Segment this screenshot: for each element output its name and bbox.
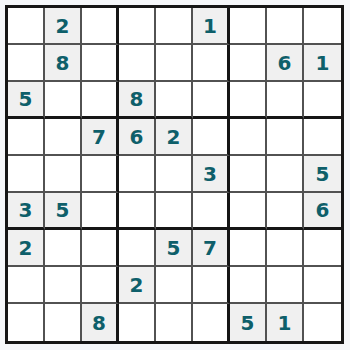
page: 2186158762353562572851 — [0, 0, 350, 350]
cell-r8c5[interactable] — [156, 267, 193, 304]
cell-r1c5[interactable] — [156, 8, 193, 45]
cell-r2c6[interactable] — [193, 45, 230, 82]
cell-r8c3[interactable] — [82, 267, 119, 304]
cell-r6c2[interactable]: 5 — [45, 193, 82, 230]
cell-r6c7[interactable] — [230, 193, 267, 230]
cell-r7c8[interactable] — [267, 230, 304, 267]
cell-r6c9[interactable]: 6 — [304, 193, 341, 230]
cell-r5c4[interactable] — [119, 156, 156, 193]
cell-r7c9[interactable] — [304, 230, 341, 267]
cell-r4c7[interactable] — [230, 119, 267, 156]
cell-r4c1[interactable] — [8, 119, 45, 156]
cell-r4c5[interactable]: 2 — [156, 119, 193, 156]
cell-r5c7[interactable] — [230, 156, 267, 193]
cell-r1c7[interactable] — [230, 8, 267, 45]
cell-r9c3[interactable]: 8 — [82, 304, 119, 341]
cell-r4c6[interactable] — [193, 119, 230, 156]
cell-r6c6[interactable] — [193, 193, 230, 230]
cell-r6c1[interactable]: 3 — [8, 193, 45, 230]
cell-r2c3[interactable] — [82, 45, 119, 82]
cell-r5c1[interactable] — [8, 156, 45, 193]
cell-r2c8[interactable]: 6 — [267, 45, 304, 82]
cell-r1c6[interactable]: 1 — [193, 8, 230, 45]
cell-r9c5[interactable] — [156, 304, 193, 341]
cell-r6c5[interactable] — [156, 193, 193, 230]
cell-r3c7[interactable] — [230, 82, 267, 119]
cell-r1c2[interactable]: 2 — [45, 8, 82, 45]
cell-r8c6[interactable] — [193, 267, 230, 304]
cell-r2c2[interactable]: 8 — [45, 45, 82, 82]
cell-r7c1[interactable]: 2 — [8, 230, 45, 267]
cell-r4c3[interactable]: 7 — [82, 119, 119, 156]
cell-r1c1[interactable] — [8, 8, 45, 45]
cell-r2c1[interactable] — [8, 45, 45, 82]
cell-r3c4[interactable]: 8 — [119, 82, 156, 119]
cell-r8c8[interactable] — [267, 267, 304, 304]
cell-r7c7[interactable] — [230, 230, 267, 267]
cell-r7c6[interactable]: 7 — [193, 230, 230, 267]
cell-r7c3[interactable] — [82, 230, 119, 267]
cell-r1c8[interactable] — [267, 8, 304, 45]
cell-r8c9[interactable] — [304, 267, 341, 304]
cell-r1c3[interactable] — [82, 8, 119, 45]
cell-r2c9[interactable]: 1 — [304, 45, 341, 82]
cell-r1c9[interactable] — [304, 8, 341, 45]
cell-r6c8[interactable] — [267, 193, 304, 230]
sudoku-board: 2186158762353562572851 — [5, 5, 344, 344]
cell-r7c2[interactable] — [45, 230, 82, 267]
cell-r8c4[interactable]: 2 — [119, 267, 156, 304]
cell-r5c2[interactable] — [45, 156, 82, 193]
cell-r3c3[interactable] — [82, 82, 119, 119]
cell-r4c4[interactable]: 6 — [119, 119, 156, 156]
cell-r8c1[interactable] — [8, 267, 45, 304]
cell-r9c9[interactable] — [304, 304, 341, 341]
cell-r9c7[interactable]: 5 — [230, 304, 267, 341]
cell-r8c7[interactable] — [230, 267, 267, 304]
cell-r4c9[interactable] — [304, 119, 341, 156]
cell-r4c8[interactable] — [267, 119, 304, 156]
cell-r9c6[interactable] — [193, 304, 230, 341]
cell-r7c4[interactable] — [119, 230, 156, 267]
cell-r5c9[interactable]: 5 — [304, 156, 341, 193]
cell-r3c6[interactable] — [193, 82, 230, 119]
cell-r5c6[interactable]: 3 — [193, 156, 230, 193]
cell-r3c8[interactable] — [267, 82, 304, 119]
cell-r8c2[interactable] — [45, 267, 82, 304]
cell-r2c4[interactable] — [119, 45, 156, 82]
cell-r5c8[interactable] — [267, 156, 304, 193]
cell-r2c5[interactable] — [156, 45, 193, 82]
cell-r3c1[interactable]: 5 — [8, 82, 45, 119]
cell-r2c7[interactable] — [230, 45, 267, 82]
cell-r5c3[interactable] — [82, 156, 119, 193]
cell-r7c5[interactable]: 5 — [156, 230, 193, 267]
cell-r9c4[interactable] — [119, 304, 156, 341]
cell-r4c2[interactable] — [45, 119, 82, 156]
cell-r6c3[interactable] — [82, 193, 119, 230]
cell-r9c1[interactable] — [8, 304, 45, 341]
cell-r9c8[interactable]: 1 — [267, 304, 304, 341]
cell-r5c5[interactable] — [156, 156, 193, 193]
cell-r3c2[interactable] — [45, 82, 82, 119]
cell-r3c5[interactable] — [156, 82, 193, 119]
cell-r9c2[interactable] — [45, 304, 82, 341]
cell-r6c4[interactable] — [119, 193, 156, 230]
cell-r1c4[interactable] — [119, 8, 156, 45]
cell-r3c9[interactable] — [304, 82, 341, 119]
